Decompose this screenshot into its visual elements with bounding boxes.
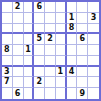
cell-r4c6[interactable] — [56, 34, 67, 45]
cell-r7c5[interactable] — [45, 67, 56, 78]
cell-r9c1[interactable] — [2, 88, 13, 99]
cell-r8c3[interactable] — [24, 77, 35, 88]
cell-r4c4[interactable]: 5 — [34, 34, 45, 45]
cell-r7c9[interactable] — [88, 67, 99, 78]
cell-r1c6[interactable] — [56, 2, 67, 13]
cell-r8c9[interactable] — [88, 77, 99, 88]
cell-r7c7[interactable]: 4 — [67, 67, 78, 78]
cell-r4c2[interactable] — [13, 34, 24, 45]
cell-r1c9[interactable] — [88, 2, 99, 13]
cell-r9c3[interactable] — [24, 88, 35, 99]
cell-r3c6[interactable] — [56, 24, 67, 35]
cell-r3c9[interactable] — [88, 24, 99, 35]
cell-r1c8[interactable] — [77, 2, 88, 13]
cell-r5c1[interactable]: 8 — [2, 45, 13, 56]
cell-r5c3[interactable]: 1 — [24, 45, 35, 56]
cell-r5c9[interactable] — [88, 45, 99, 56]
cell-r1c7[interactable] — [67, 2, 78, 13]
cell-r8c5[interactable] — [45, 77, 56, 88]
cell-r2c4[interactable] — [34, 13, 45, 24]
cell-r9c6[interactable] — [56, 88, 67, 99]
cell-r2c9[interactable]: 3 — [88, 13, 99, 24]
cell-r2c1[interactable] — [2, 13, 13, 24]
cell-r8c8[interactable] — [77, 77, 88, 88]
cell-r6c9[interactable] — [88, 56, 99, 67]
cell-r3c7[interactable]: 8 — [67, 24, 78, 35]
sudoku-board: 26138526813147269 — [0, 0, 101, 101]
cell-r3c8[interactable] — [77, 24, 88, 35]
cell-r2c5[interactable] — [45, 13, 56, 24]
cell-r5c2[interactable] — [13, 45, 24, 56]
cell-r1c5[interactable] — [45, 2, 56, 13]
cell-r7c6[interactable]: 1 — [56, 67, 67, 78]
cell-r7c4[interactable] — [34, 67, 45, 78]
cell-r4c5[interactable]: 2 — [45, 34, 56, 45]
cell-r5c6[interactable] — [56, 45, 67, 56]
cell-r6c4[interactable] — [34, 56, 45, 67]
cell-r1c1[interactable] — [2, 2, 13, 13]
cell-r4c3[interactable] — [24, 34, 35, 45]
cell-r8c4[interactable]: 2 — [34, 77, 45, 88]
cell-r6c7[interactable] — [67, 56, 78, 67]
cell-r2c6[interactable] — [56, 13, 67, 24]
cell-r6c5[interactable] — [45, 56, 56, 67]
cell-r4c8[interactable]: 6 — [77, 34, 88, 45]
cell-r3c1[interactable] — [2, 24, 13, 35]
cell-r3c4[interactable] — [34, 24, 45, 35]
cell-r2c7[interactable]: 1 — [67, 13, 78, 24]
cell-r6c1[interactable] — [2, 56, 13, 67]
cell-r6c8[interactable] — [77, 56, 88, 67]
cell-r3c2[interactable] — [13, 24, 24, 35]
cell-r6c6[interactable] — [56, 56, 67, 67]
cell-r2c8[interactable] — [77, 13, 88, 24]
cell-r6c3[interactable] — [24, 56, 35, 67]
cell-r6c2[interactable] — [13, 56, 24, 67]
cell-r9c7[interactable] — [67, 88, 78, 99]
cell-r8c1[interactable]: 7 — [2, 77, 13, 88]
cell-r8c7[interactable] — [67, 77, 78, 88]
cell-r8c6[interactable] — [56, 77, 67, 88]
cell-r7c1[interactable]: 3 — [2, 67, 13, 78]
cell-r1c3[interactable] — [24, 2, 35, 13]
cell-r9c9[interactable] — [88, 88, 99, 99]
cell-r5c5[interactable] — [45, 45, 56, 56]
cell-r8c2[interactable] — [13, 77, 24, 88]
cell-r5c7[interactable] — [67, 45, 78, 56]
cell-r9c5[interactable] — [45, 88, 56, 99]
cell-r9c2[interactable]: 6 — [13, 88, 24, 99]
cell-r9c8[interactable]: 9 — [77, 88, 88, 99]
cell-r4c9[interactable] — [88, 34, 99, 45]
cell-r7c3[interactable] — [24, 67, 35, 78]
cell-r3c3[interactable] — [24, 24, 35, 35]
cell-r1c4[interactable]: 6 — [34, 2, 45, 13]
cell-r7c8[interactable] — [77, 67, 88, 78]
cell-r9c4[interactable] — [34, 88, 45, 99]
cell-r3c5[interactable] — [45, 24, 56, 35]
cell-r2c2[interactable] — [13, 13, 24, 24]
cell-r4c7[interactable] — [67, 34, 78, 45]
cell-r7c2[interactable] — [13, 67, 24, 78]
cell-r1c2[interactable]: 2 — [13, 2, 24, 13]
cell-r5c8[interactable] — [77, 45, 88, 56]
cell-r5c4[interactable] — [34, 45, 45, 56]
cell-r4c1[interactable] — [2, 34, 13, 45]
cell-r2c3[interactable] — [24, 13, 35, 24]
